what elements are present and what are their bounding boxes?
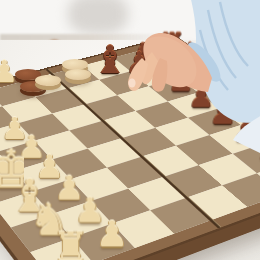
- thumb-nail: [128, 78, 135, 87]
- hand-and-sleeve: [0, 0, 260, 260]
- chess-photo-scene: ♜♟♟♜♞♟♞♝♟♟♛♟♟♛♚♟♟♚♝♟♟♝♞♟♟♞♜♟♟♜ ♝♟ ♟: [0, 0, 260, 260]
